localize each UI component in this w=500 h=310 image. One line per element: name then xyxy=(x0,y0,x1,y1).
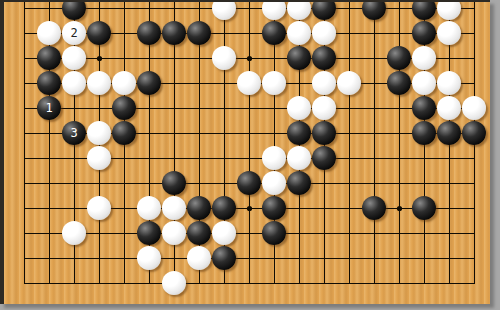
board-point[interactable] xyxy=(287,46,312,71)
stone-white[interactable] xyxy=(312,71,336,95)
board-wood-surface[interactable]: 213 xyxy=(4,2,490,304)
board-point[interactable] xyxy=(312,71,337,96)
board-point[interactable] xyxy=(387,71,412,96)
board-point[interactable] xyxy=(462,121,487,146)
board-point[interactable] xyxy=(87,121,112,146)
board-point[interactable] xyxy=(387,46,412,71)
board-point[interactable] xyxy=(312,2,337,21)
stone-white[interactable] xyxy=(262,2,286,20)
board-point[interactable] xyxy=(212,196,237,221)
stone-black[interactable] xyxy=(312,2,336,20)
stone-black[interactable] xyxy=(262,21,286,45)
board-point[interactable] xyxy=(87,146,112,171)
stone-black[interactable] xyxy=(312,46,336,70)
stone-white[interactable] xyxy=(412,71,436,95)
stone-white[interactable] xyxy=(87,71,111,95)
board-point[interactable] xyxy=(62,46,87,71)
board-point[interactable] xyxy=(412,46,437,71)
stone-black[interactable] xyxy=(387,71,411,95)
stone-black[interactable] xyxy=(162,171,186,195)
stone-white[interactable] xyxy=(262,146,286,170)
stone-black[interactable] xyxy=(437,121,461,145)
board-point[interactable] xyxy=(162,271,187,296)
stone-black-move-3[interactable]: 3 xyxy=(62,121,86,145)
board-point[interactable] xyxy=(287,146,312,171)
stone-black[interactable] xyxy=(287,46,311,70)
stone-white[interactable] xyxy=(162,221,186,245)
stone-white[interactable] xyxy=(162,271,186,295)
stone-white[interactable] xyxy=(437,21,461,45)
board-point[interactable] xyxy=(262,196,287,221)
stone-layer[interactable]: 213 xyxy=(12,2,487,296)
board-point[interactable] xyxy=(187,21,212,46)
stone-white[interactable] xyxy=(287,96,311,120)
stone-white[interactable] xyxy=(437,96,461,120)
stone-white[interactable] xyxy=(237,71,261,95)
board-point[interactable] xyxy=(287,2,312,21)
stone-black[interactable] xyxy=(187,21,211,45)
stone-white[interactable] xyxy=(462,96,486,120)
stone-black[interactable] xyxy=(212,246,236,270)
board-point[interactable] xyxy=(312,121,337,146)
stone-black-move-1[interactable]: 1 xyxy=(37,96,61,120)
stone-white[interactable] xyxy=(87,121,111,145)
board-point[interactable] xyxy=(37,46,62,71)
stone-black[interactable] xyxy=(87,21,111,45)
board-point[interactable] xyxy=(462,96,487,121)
stone-white[interactable] xyxy=(212,221,236,245)
board-point[interactable] xyxy=(212,246,237,271)
board-point[interactable] xyxy=(112,121,137,146)
board-point[interactable] xyxy=(137,21,162,46)
stone-white-move-2[interactable]: 2 xyxy=(62,21,86,45)
board-point[interactable] xyxy=(237,71,262,96)
board-point[interactable] xyxy=(87,71,112,96)
stone-white[interactable] xyxy=(62,221,86,245)
stone-white[interactable] xyxy=(437,2,461,20)
stone-black[interactable] xyxy=(462,121,486,145)
board-point[interactable] xyxy=(262,71,287,96)
board-point[interactable] xyxy=(137,71,162,96)
stone-black[interactable] xyxy=(137,221,161,245)
board-point[interactable] xyxy=(187,196,212,221)
board-point[interactable] xyxy=(162,196,187,221)
stone-black[interactable] xyxy=(287,121,311,145)
board-point[interactable] xyxy=(162,171,187,196)
stone-white[interactable] xyxy=(287,2,311,20)
stone-black[interactable] xyxy=(162,21,186,45)
board-point[interactable] xyxy=(412,96,437,121)
app-window: 213 xyxy=(0,0,500,310)
board-point[interactable] xyxy=(37,21,62,46)
stone-white[interactable] xyxy=(312,96,336,120)
stone-black[interactable] xyxy=(287,171,311,195)
board-point[interactable] xyxy=(112,71,137,96)
stone-white[interactable] xyxy=(37,21,61,45)
stone-black[interactable] xyxy=(187,221,211,245)
board-point[interactable] xyxy=(137,246,162,271)
stone-black[interactable] xyxy=(412,196,436,220)
stone-black[interactable] xyxy=(37,46,61,70)
stone-black[interactable] xyxy=(387,46,411,70)
stone-black[interactable] xyxy=(312,146,336,170)
board-point[interactable] xyxy=(37,71,62,96)
stone-white[interactable] xyxy=(287,21,311,45)
board-point[interactable] xyxy=(262,21,287,46)
stone-black[interactable] xyxy=(137,21,161,45)
board-point[interactable] xyxy=(212,46,237,71)
stone-white[interactable] xyxy=(212,2,236,20)
stone-black[interactable] xyxy=(262,196,286,220)
board-point[interactable] xyxy=(312,96,337,121)
go-board[interactable]: 213 xyxy=(0,0,490,304)
stone-black[interactable] xyxy=(212,196,236,220)
board-point[interactable] xyxy=(437,96,462,121)
stone-black[interactable] xyxy=(187,196,211,220)
stone-white[interactable] xyxy=(87,146,111,170)
stone-black[interactable] xyxy=(62,2,86,20)
board-point[interactable]: 2 xyxy=(62,21,87,46)
board-point[interactable] xyxy=(437,121,462,146)
board-point[interactable] xyxy=(362,196,387,221)
stone-black[interactable] xyxy=(362,2,386,20)
board-point[interactable] xyxy=(262,146,287,171)
board-point[interactable] xyxy=(262,171,287,196)
board-point[interactable] xyxy=(437,21,462,46)
stone-white[interactable] xyxy=(137,196,161,220)
board-point[interactable] xyxy=(412,21,437,46)
stone-white[interactable] xyxy=(162,196,186,220)
stone-black[interactable] xyxy=(312,121,336,145)
board-point[interactable] xyxy=(162,21,187,46)
stone-black[interactable] xyxy=(112,96,136,120)
board-point[interactable] xyxy=(212,221,237,246)
board-point[interactable] xyxy=(312,46,337,71)
stone-white[interactable] xyxy=(262,71,286,95)
board-point[interactable] xyxy=(437,71,462,96)
stone-black[interactable] xyxy=(412,96,436,120)
stone-black[interactable] xyxy=(412,21,436,45)
stone-black[interactable] xyxy=(37,71,61,95)
board-point[interactable] xyxy=(212,2,237,21)
board-point[interactable] xyxy=(412,2,437,21)
stone-white[interactable] xyxy=(87,196,111,220)
board-point[interactable] xyxy=(62,2,87,21)
board-point[interactable] xyxy=(362,2,387,21)
board-point[interactable] xyxy=(187,246,212,271)
stone-white[interactable] xyxy=(137,246,161,270)
board-point[interactable] xyxy=(162,221,187,246)
stone-black[interactable] xyxy=(237,171,261,195)
board-point[interactable] xyxy=(262,221,287,246)
stone-white[interactable] xyxy=(412,46,436,70)
board-point[interactable] xyxy=(412,71,437,96)
stone-black[interactable] xyxy=(412,121,436,145)
board-point[interactable] xyxy=(87,21,112,46)
stone-black[interactable] xyxy=(262,221,286,245)
board-point[interactable] xyxy=(112,96,137,121)
stone-white[interactable] xyxy=(62,46,86,70)
board-point[interactable] xyxy=(62,71,87,96)
board-point[interactable]: 1 xyxy=(37,96,62,121)
board-point[interactable] xyxy=(262,2,287,21)
stone-white[interactable] xyxy=(187,246,211,270)
stone-white[interactable] xyxy=(312,21,336,45)
board-point[interactable] xyxy=(137,196,162,221)
board-point[interactable] xyxy=(412,196,437,221)
stone-black[interactable] xyxy=(112,121,136,145)
board-point[interactable] xyxy=(62,221,87,246)
board-point[interactable] xyxy=(312,146,337,171)
board-point[interactable] xyxy=(187,221,212,246)
board-point[interactable] xyxy=(137,221,162,246)
stone-white[interactable] xyxy=(62,71,86,95)
board-point[interactable] xyxy=(412,121,437,146)
board-point[interactable] xyxy=(87,196,112,221)
board-point[interactable] xyxy=(287,121,312,146)
board-point[interactable] xyxy=(437,2,462,21)
stone-white[interactable] xyxy=(262,171,286,195)
board-point[interactable] xyxy=(237,171,262,196)
stone-white[interactable] xyxy=(337,71,361,95)
board-point[interactable] xyxy=(337,71,362,96)
stone-white[interactable] xyxy=(212,46,236,70)
stone-black[interactable] xyxy=(412,2,436,20)
stone-black[interactable] xyxy=(137,71,161,95)
board-point[interactable] xyxy=(287,96,312,121)
board-point[interactable] xyxy=(287,21,312,46)
stone-white[interactable] xyxy=(437,71,461,95)
board-point[interactable]: 3 xyxy=(62,121,87,146)
stone-white[interactable] xyxy=(112,71,136,95)
stone-black[interactable] xyxy=(362,196,386,220)
board-point[interactable] xyxy=(312,21,337,46)
stone-white[interactable] xyxy=(287,146,311,170)
board-point[interactable] xyxy=(287,171,312,196)
